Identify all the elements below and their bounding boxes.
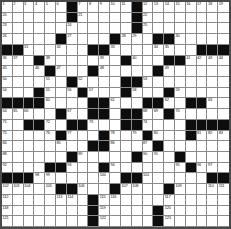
white-cell[interactable] xyxy=(45,45,56,56)
white-cell[interactable] xyxy=(197,88,208,99)
white-cell[interactable]: 89 xyxy=(78,152,89,163)
white-cell[interactable] xyxy=(132,195,143,206)
white-cell[interactable] xyxy=(164,77,175,88)
white-cell[interactable]: 109 xyxy=(175,184,186,195)
white-cell[interactable] xyxy=(175,13,186,24)
white-cell[interactable]: 83 xyxy=(218,131,229,142)
white-cell[interactable]: 44 xyxy=(218,56,229,67)
white-cell[interactable] xyxy=(13,13,24,24)
white-cell[interactable]: 19 xyxy=(218,2,229,13)
white-cell[interactable] xyxy=(56,13,67,24)
white-cell[interactable] xyxy=(34,34,45,45)
white-cell[interactable] xyxy=(218,163,229,174)
white-cell[interactable]: 111 xyxy=(218,184,229,195)
white-cell[interactable] xyxy=(121,131,132,142)
white-cell[interactable]: 91 xyxy=(153,152,164,163)
white-cell[interactable] xyxy=(67,45,78,56)
white-cell[interactable] xyxy=(121,66,132,77)
white-cell[interactable] xyxy=(78,98,89,109)
white-cell[interactable] xyxy=(132,45,143,56)
white-cell[interactable] xyxy=(67,56,78,67)
white-cell[interactable]: 27 xyxy=(67,34,78,45)
white-cell[interactable] xyxy=(197,66,208,77)
white-cell[interactable] xyxy=(24,195,35,206)
white-cell[interactable] xyxy=(34,109,45,120)
white-cell[interactable] xyxy=(218,77,229,88)
white-cell[interactable]: 9 xyxy=(99,2,110,13)
white-cell[interactable] xyxy=(186,195,197,206)
white-cell[interactable] xyxy=(186,88,197,99)
white-cell[interactable]: 46 xyxy=(34,66,45,77)
white-cell[interactable]: 110 xyxy=(207,184,218,195)
white-cell[interactable] xyxy=(153,163,164,174)
white-cell[interactable]: 94 xyxy=(110,163,121,174)
white-cell[interactable] xyxy=(88,163,99,174)
white-cell[interactable]: 5 xyxy=(45,2,56,13)
white-cell[interactable] xyxy=(175,141,186,152)
white-cell[interactable] xyxy=(197,184,208,195)
white-cell[interactable] xyxy=(88,13,99,24)
white-cell[interactable]: 113 xyxy=(56,195,67,206)
white-cell[interactable]: 34 xyxy=(153,45,164,56)
white-cell[interactable]: 4 xyxy=(34,2,45,13)
white-cell[interactable] xyxy=(153,56,164,67)
white-cell[interactable]: 74 xyxy=(143,120,154,131)
white-cell[interactable]: 21 xyxy=(78,13,89,24)
white-cell[interactable] xyxy=(34,206,45,217)
white-cell[interactable]: 77 xyxy=(67,131,78,142)
white-cell[interactable] xyxy=(153,13,164,24)
white-cell[interactable] xyxy=(197,173,208,184)
white-cell[interactable]: 112 xyxy=(2,195,13,206)
white-cell[interactable] xyxy=(218,34,229,45)
white-cell[interactable] xyxy=(45,206,56,217)
white-cell[interactable] xyxy=(99,34,110,45)
white-cell[interactable] xyxy=(143,45,154,56)
white-cell[interactable]: 26 xyxy=(2,34,13,45)
white-cell[interactable]: 96 xyxy=(197,163,208,174)
white-cell[interactable] xyxy=(67,66,78,77)
white-cell[interactable] xyxy=(13,88,24,99)
white-cell[interactable] xyxy=(197,206,208,217)
white-cell[interactable]: 25 xyxy=(143,23,154,34)
white-cell[interactable] xyxy=(24,141,35,152)
white-cell[interactable] xyxy=(34,23,45,34)
white-cell[interactable]: 115 xyxy=(99,195,110,206)
white-cell[interactable] xyxy=(34,184,45,195)
white-cell[interactable] xyxy=(34,13,45,24)
white-cell[interactable] xyxy=(67,206,78,217)
white-cell[interactable]: 63 xyxy=(207,98,218,109)
white-cell[interactable]: 33 xyxy=(110,45,121,56)
white-cell[interactable] xyxy=(186,152,197,163)
white-cell[interactable] xyxy=(153,173,164,184)
white-cell[interactable] xyxy=(218,109,229,120)
white-cell[interactable]: 2 xyxy=(13,2,24,13)
white-cell[interactable] xyxy=(56,173,67,184)
white-cell[interactable] xyxy=(186,109,197,120)
white-cell[interactable] xyxy=(175,195,186,206)
white-cell[interactable]: 92 xyxy=(2,163,13,174)
white-cell[interactable] xyxy=(34,45,45,56)
white-cell[interactable] xyxy=(121,141,132,152)
white-cell[interactable] xyxy=(143,56,154,67)
white-cell[interactable] xyxy=(218,98,229,109)
white-cell[interactable] xyxy=(186,184,197,195)
white-cell[interactable] xyxy=(13,131,24,142)
white-cell[interactable] xyxy=(186,173,197,184)
white-cell[interactable] xyxy=(132,66,143,77)
white-cell[interactable] xyxy=(207,109,218,120)
white-cell[interactable] xyxy=(218,206,229,217)
white-cell[interactable]: 47 xyxy=(56,66,67,77)
white-cell[interactable] xyxy=(218,88,229,99)
white-cell[interactable] xyxy=(132,216,143,227)
white-cell[interactable] xyxy=(121,195,132,206)
white-cell[interactable] xyxy=(121,45,132,56)
white-cell[interactable] xyxy=(24,216,35,227)
white-cell[interactable] xyxy=(164,23,175,34)
white-cell[interactable] xyxy=(186,45,197,56)
white-cell[interactable] xyxy=(143,195,154,206)
white-cell[interactable]: 17 xyxy=(197,2,208,13)
white-cell[interactable] xyxy=(110,77,121,88)
white-cell[interactable]: 122 xyxy=(99,216,110,227)
white-cell[interactable] xyxy=(34,131,45,142)
white-cell[interactable] xyxy=(78,195,89,206)
white-cell[interactable] xyxy=(56,98,67,109)
white-cell[interactable] xyxy=(153,77,164,88)
white-cell[interactable] xyxy=(34,216,45,227)
white-cell[interactable] xyxy=(56,206,67,217)
white-cell[interactable] xyxy=(67,216,78,227)
white-cell[interactable] xyxy=(13,195,24,206)
white-cell[interactable] xyxy=(13,152,24,163)
white-cell[interactable]: 14 xyxy=(164,2,175,13)
white-cell[interactable] xyxy=(13,163,24,174)
white-cell[interactable]: 13 xyxy=(153,2,164,13)
white-cell[interactable] xyxy=(164,141,175,152)
white-cell[interactable]: 42 xyxy=(197,56,208,67)
white-cell[interactable] xyxy=(78,109,89,120)
white-cell[interactable] xyxy=(186,23,197,34)
white-cell[interactable] xyxy=(218,152,229,163)
white-cell[interactable] xyxy=(207,206,218,217)
white-cell[interactable] xyxy=(197,23,208,34)
white-cell[interactable]: 93 xyxy=(67,163,78,174)
white-cell[interactable] xyxy=(67,141,78,152)
white-cell[interactable] xyxy=(110,216,121,227)
white-cell[interactable] xyxy=(121,98,132,109)
white-cell[interactable] xyxy=(24,131,35,142)
white-cell[interactable]: 10 xyxy=(110,2,121,13)
white-cell[interactable] xyxy=(218,66,229,77)
white-cell[interactable] xyxy=(153,120,164,131)
white-cell[interactable] xyxy=(110,109,121,120)
white-cell[interactable] xyxy=(56,23,67,34)
white-cell[interactable]: 100 xyxy=(99,173,110,184)
white-cell[interactable] xyxy=(164,120,175,131)
white-cell[interactable]: 67 xyxy=(67,109,78,120)
white-cell[interactable] xyxy=(143,184,154,195)
white-cell[interactable] xyxy=(132,206,143,217)
white-cell[interactable]: 56 xyxy=(67,88,78,99)
white-cell[interactable]: 18 xyxy=(207,2,218,13)
white-cell[interactable] xyxy=(175,216,186,227)
white-cell[interactable] xyxy=(78,163,89,174)
white-cell[interactable] xyxy=(78,131,89,142)
white-cell[interactable]: 97 xyxy=(207,163,218,174)
white-cell[interactable]: 54 xyxy=(2,88,13,99)
white-cell[interactable] xyxy=(34,77,45,88)
white-cell[interactable]: 121 xyxy=(2,216,13,227)
white-cell[interactable] xyxy=(197,77,208,88)
white-cell[interactable]: 70 xyxy=(175,109,186,120)
white-cell[interactable] xyxy=(88,184,99,195)
white-cell[interactable] xyxy=(164,131,175,142)
white-cell[interactable]: 37 xyxy=(13,56,24,67)
white-cell[interactable]: 8 xyxy=(88,2,99,13)
white-cell[interactable] xyxy=(207,77,218,88)
white-cell[interactable]: 60 xyxy=(45,98,56,109)
white-cell[interactable] xyxy=(175,131,186,142)
white-cell[interactable] xyxy=(45,23,56,34)
white-cell[interactable] xyxy=(45,13,56,24)
white-cell[interactable]: 73 xyxy=(88,120,99,131)
white-cell[interactable] xyxy=(121,13,132,24)
white-cell[interactable] xyxy=(56,152,67,163)
white-cell[interactable] xyxy=(110,66,121,77)
white-cell[interactable] xyxy=(24,23,35,34)
white-cell[interactable] xyxy=(153,23,164,34)
white-cell[interactable] xyxy=(121,163,132,174)
white-cell[interactable] xyxy=(153,195,164,206)
white-cell[interactable]: 58 xyxy=(132,88,143,99)
white-cell[interactable] xyxy=(197,109,208,120)
white-cell[interactable] xyxy=(186,77,197,88)
white-cell[interactable] xyxy=(132,141,143,152)
white-cell[interactable] xyxy=(153,184,164,195)
white-cell[interactable] xyxy=(13,206,24,217)
white-cell[interactable] xyxy=(99,152,110,163)
white-cell[interactable] xyxy=(207,195,218,206)
white-cell[interactable]: 16 xyxy=(186,2,197,13)
white-cell[interactable] xyxy=(186,216,197,227)
white-cell[interactable]: 101 xyxy=(143,173,154,184)
white-cell[interactable]: 76 xyxy=(45,131,56,142)
white-cell[interactable]: 43 xyxy=(207,56,218,67)
white-cell[interactable] xyxy=(186,206,197,217)
white-cell[interactable] xyxy=(24,88,35,99)
white-cell[interactable] xyxy=(143,88,154,99)
white-cell[interactable] xyxy=(175,45,186,56)
white-cell[interactable]: 32 xyxy=(56,45,67,56)
white-cell[interactable] xyxy=(88,23,99,34)
white-cell[interactable] xyxy=(34,141,45,152)
white-cell[interactable] xyxy=(110,13,121,24)
white-cell[interactable] xyxy=(197,13,208,24)
white-cell[interactable] xyxy=(45,195,56,206)
white-cell[interactable]: 72 xyxy=(45,120,56,131)
white-cell[interactable] xyxy=(164,152,175,163)
white-cell[interactable]: 62 xyxy=(164,98,175,109)
white-cell[interactable] xyxy=(45,216,56,227)
white-cell[interactable]: 114 xyxy=(67,195,78,206)
white-cell[interactable] xyxy=(78,206,89,217)
white-cell[interactable] xyxy=(143,216,154,227)
white-cell[interactable]: 53 xyxy=(143,77,154,88)
white-cell[interactable] xyxy=(99,13,110,24)
white-cell[interactable] xyxy=(110,120,121,131)
white-cell[interactable] xyxy=(24,13,35,24)
white-cell[interactable]: 79 xyxy=(132,131,143,142)
white-cell[interactable] xyxy=(78,34,89,45)
white-cell[interactable] xyxy=(186,66,197,77)
white-cell[interactable] xyxy=(121,216,132,227)
white-cell[interactable] xyxy=(164,173,175,184)
white-cell[interactable]: 81 xyxy=(197,131,208,142)
white-cell[interactable]: 90 xyxy=(143,152,154,163)
white-cell[interactable] xyxy=(186,34,197,45)
white-cell[interactable] xyxy=(207,13,218,24)
white-cell[interactable] xyxy=(153,88,164,99)
white-cell[interactable] xyxy=(88,131,99,142)
white-cell[interactable] xyxy=(218,216,229,227)
white-cell[interactable]: 105 xyxy=(45,184,56,195)
white-cell[interactable]: 66 xyxy=(24,109,35,120)
white-cell[interactable] xyxy=(13,77,24,88)
white-cell[interactable] xyxy=(24,206,35,217)
white-cell[interactable] xyxy=(186,141,197,152)
white-cell[interactable]: 61 xyxy=(110,98,121,109)
white-cell[interactable] xyxy=(34,195,45,206)
white-cell[interactable] xyxy=(24,152,35,163)
white-cell[interactable]: 35 xyxy=(164,45,175,56)
white-cell[interactable] xyxy=(56,120,67,131)
white-cell[interactable] xyxy=(13,120,24,131)
white-cell[interactable]: 80 xyxy=(153,131,164,142)
white-cell[interactable] xyxy=(78,45,89,56)
white-cell[interactable]: 38 xyxy=(45,56,56,67)
white-cell[interactable] xyxy=(78,23,89,34)
white-cell[interactable] xyxy=(88,56,99,67)
white-cell[interactable]: 48 xyxy=(99,66,110,77)
white-cell[interactable]: 95 xyxy=(175,163,186,174)
white-cell[interactable] xyxy=(45,141,56,152)
white-cell[interactable] xyxy=(207,141,218,152)
white-cell[interactable]: 52 xyxy=(78,77,89,88)
white-cell[interactable] xyxy=(56,77,67,88)
white-cell[interactable]: 31 xyxy=(24,45,35,56)
white-cell[interactable]: 41 xyxy=(186,56,197,67)
white-cell[interactable] xyxy=(164,163,175,174)
white-cell[interactable] xyxy=(197,195,208,206)
white-cell[interactable] xyxy=(175,120,186,131)
white-cell[interactable] xyxy=(197,34,208,45)
white-cell[interactable]: 40 xyxy=(132,56,143,67)
white-cell[interactable] xyxy=(45,34,56,45)
white-cell[interactable]: 107 xyxy=(121,184,132,195)
white-cell[interactable] xyxy=(99,120,110,131)
white-cell[interactable] xyxy=(24,77,35,88)
white-cell[interactable] xyxy=(13,34,24,45)
white-cell[interactable] xyxy=(218,195,229,206)
white-cell[interactable] xyxy=(34,152,45,163)
white-cell[interactable]: 30 xyxy=(175,34,186,45)
white-cell[interactable] xyxy=(207,66,218,77)
white-cell[interactable] xyxy=(218,141,229,152)
white-cell[interactable] xyxy=(207,34,218,45)
white-cell[interactable]: 28 xyxy=(121,34,132,45)
white-cell[interactable]: 104 xyxy=(24,184,35,195)
white-cell[interactable] xyxy=(24,56,35,67)
white-cell[interactable] xyxy=(218,13,229,24)
white-cell[interactable] xyxy=(132,163,143,174)
white-cell[interactable]: 108 xyxy=(132,184,143,195)
white-cell[interactable] xyxy=(164,13,175,24)
white-cell[interactable]: 11 xyxy=(121,2,132,13)
white-cell[interactable]: 29 xyxy=(132,34,143,45)
white-cell[interactable] xyxy=(78,56,89,67)
white-cell[interactable] xyxy=(78,216,89,227)
white-cell[interactable]: 49 xyxy=(164,66,175,77)
white-cell[interactable] xyxy=(121,206,132,217)
white-cell[interactable] xyxy=(99,88,110,99)
white-cell[interactable] xyxy=(88,152,99,163)
white-cell[interactable] xyxy=(110,206,121,217)
white-cell[interactable] xyxy=(88,34,99,45)
white-cell[interactable] xyxy=(110,173,121,184)
white-cell[interactable]: 69 xyxy=(153,109,164,120)
white-cell[interactable] xyxy=(24,66,35,77)
white-cell[interactable] xyxy=(24,163,35,174)
white-cell[interactable] xyxy=(207,23,218,34)
white-cell[interactable]: 106 xyxy=(78,184,89,195)
white-cell[interactable]: 3 xyxy=(24,2,35,13)
white-cell[interactable] xyxy=(110,23,121,34)
white-cell[interactable] xyxy=(110,56,121,67)
white-cell[interactable] xyxy=(13,66,24,77)
white-cell[interactable]: 103 xyxy=(13,184,24,195)
white-cell[interactable] xyxy=(186,13,197,24)
white-cell[interactable] xyxy=(218,23,229,34)
white-cell[interactable] xyxy=(45,152,56,163)
white-cell[interactable]: 82 xyxy=(207,131,218,142)
white-cell[interactable]: 6 xyxy=(56,2,67,13)
white-cell[interactable]: 57 xyxy=(88,88,99,99)
white-cell[interactable] xyxy=(13,23,24,34)
white-cell[interactable]: 116 xyxy=(110,195,121,206)
white-cell[interactable]: 15 xyxy=(175,2,186,13)
white-cell[interactable] xyxy=(175,206,186,217)
white-cell[interactable] xyxy=(132,98,143,109)
white-cell[interactable]: 85 xyxy=(56,141,67,152)
white-cell[interactable] xyxy=(13,141,24,152)
white-cell[interactable]: 59 xyxy=(175,88,186,99)
white-cell[interactable]: 117 xyxy=(164,195,175,206)
white-cell[interactable] xyxy=(56,88,67,99)
white-cell[interactable]: 123 xyxy=(164,216,175,227)
white-cell[interactable]: 86 xyxy=(110,141,121,152)
white-cell[interactable] xyxy=(56,216,67,227)
white-cell[interactable] xyxy=(143,206,154,217)
white-cell[interactable] xyxy=(88,173,99,184)
white-cell[interactable] xyxy=(99,77,110,88)
white-cell[interactable]: 98 xyxy=(34,173,45,184)
white-cell[interactable]: 65 xyxy=(13,109,24,120)
white-cell[interactable] xyxy=(207,216,218,227)
white-cell[interactable] xyxy=(121,152,132,163)
